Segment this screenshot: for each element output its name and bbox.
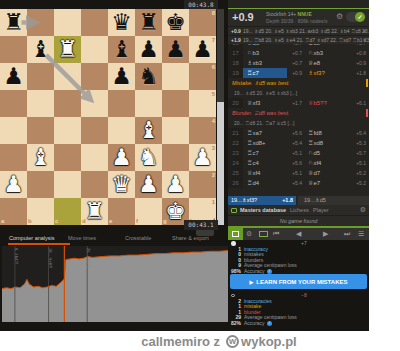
white-pawn-g2[interactable]: ♟ — [162, 171, 189, 198]
square-d3[interactable] — [81, 144, 108, 171]
white-pawn-e3[interactable]: ♟ — [108, 144, 135, 171]
square-a2[interactable]: ♟ — [0, 171, 27, 198]
square-h7[interactable]: 7♟ — [189, 36, 216, 63]
black-bishop-e7[interactable]: ♝ — [108, 36, 135, 63]
menu-hamburger-icon[interactable]: ☰ — [358, 230, 364, 239]
info-icon[interactable]: i — [267, 321, 272, 326]
square-b7[interactable]: ♝ — [27, 36, 54, 63]
white-eval: +5.4 — [287, 178, 304, 188]
square-a6[interactable]: ♟ — [0, 63, 27, 90]
go-first-button[interactable]: ⏮ — [273, 230, 279, 239]
engine-eval: +0.9 — [232, 11, 254, 23]
square-g7[interactable]: ♟ — [162, 36, 189, 63]
square-a4[interactable] — [0, 117, 27, 144]
square-d7[interactable] — [81, 36, 108, 63]
coord-file-e: e — [109, 218, 112, 224]
black-eval: +5.2 — [349, 168, 368, 178]
coord-rank-5: 5 — [212, 91, 215, 97]
square-b1[interactable]: b — [27, 198, 54, 225]
coord-rank-4: 4 — [212, 118, 215, 124]
coord-rank-8: 8 — [212, 10, 215, 16]
square-c1[interactable]: c — [54, 198, 81, 225]
white-move-20[interactable]: ♕xf3 — [243, 98, 287, 108]
square-e8[interactable]: ♛ — [108, 9, 135, 36]
square-e3[interactable]: ♟ — [108, 144, 135, 171]
move-list: 16♗d3+0.7♖c8+0.717♘b3+0.7♘xb3+0.818♗xb3+… — [228, 44, 369, 196]
black-move-26[interactable]: ♕e7 — [304, 178, 349, 188]
variation-line[interactable]: 19... ♗d5 20. ♗e5 ♗xb3 [...] — [228, 88, 369, 98]
black-eval: +5.1 — [349, 158, 368, 168]
square-b8[interactable] — [27, 9, 54, 36]
square-e7[interactable]: ♝ — [108, 36, 135, 63]
black-move-19[interactable]: ♗xf3? — [304, 68, 349, 78]
black-pawn-e6[interactable]: ♟ — [108, 63, 135, 90]
caption-site: wykop.pl — [241, 334, 297, 349]
advantage-graph[interactable] — [2, 246, 228, 322]
square-h6[interactable]: 6 — [189, 63, 216, 90]
square-a8[interactable]: ♜ — [0, 9, 27, 36]
black-queen-e8[interactable]: ♛ — [108, 9, 135, 36]
square-d1[interactable]: d♜ — [81, 198, 108, 225]
black-bishop-b7[interactable]: ♝ — [27, 36, 54, 63]
pv-line-2[interactable]: +1.919... ♖b8 20. ♗e5 ♗e4 21. ♖d7 ♗xd7 2… — [228, 35, 369, 44]
square-g3[interactable] — [162, 144, 189, 171]
white-knight-f3[interactable]: ♞ — [135, 144, 162, 171]
graph-collapse-button[interactable] — [196, 229, 214, 236]
white-move-25[interactable]: ♕xf4 — [243, 168, 287, 178]
square-d2[interactable] — [81, 171, 108, 198]
black-rook-a8[interactable]: ♜ — [0, 9, 27, 36]
judgment-comment: Mistake. ♗d5 was best. — [228, 78, 369, 88]
black-move-25[interactable]: ♕d7 — [304, 168, 349, 178]
opening-explorer-bar: Masters database Lichess Player ⚙ — [228, 205, 369, 215]
judgment-indicator-bar — [366, 109, 369, 117]
play-icon: ▶ — [250, 279, 254, 285]
square-h2[interactable]: 2 — [189, 171, 216, 198]
black-eval: +5.2 — [349, 178, 368, 188]
go-prev-button[interactable]: ◀ — [296, 230, 301, 239]
white-clock: 00:43.1 — [184, 220, 218, 230]
engine-button[interactable] — [228, 228, 243, 240]
black-move-17[interactable]: ♘xb3 — [304, 48, 349, 58]
white-rating-diff: +7 — [301, 241, 307, 246]
square-g2[interactable]: ♟ — [162, 171, 189, 198]
square-d6[interactable] — [81, 63, 108, 90]
engine-header: +0.9 Stockfish 14+ NNUE Depth 30/39 · 80… — [228, 9, 369, 26]
square-f2[interactable]: ♟ — [135, 171, 162, 198]
white-bishop-b3[interactable]: ♝ — [27, 144, 54, 171]
white-eval: +1.7 — [287, 98, 304, 108]
white-bishop-f4[interactable]: ♝ — [135, 117, 162, 144]
played-move-cell[interactable]: 19...♗xf3?+1.8 — [228, 196, 296, 205]
square-f1[interactable]: f — [135, 198, 162, 225]
black-disc-icon — [231, 294, 235, 298]
square-b4[interactable] — [27, 117, 54, 144]
black-move-21[interactable]: ♖fd8 — [304, 128, 349, 138]
square-d4[interactable] — [81, 117, 108, 144]
black-eval: +6.1 — [349, 98, 368, 108]
white-pawn-a2[interactable]: ♟ — [0, 171, 27, 198]
mistake-review-bar: 19...♗xf3?+1.8 19...♗d5 — [228, 196, 369, 205]
move-number: 19 — [228, 68, 243, 78]
square-c5[interactable] — [54, 90, 81, 117]
go-last-button[interactable]: ⏭ — [344, 230, 350, 239]
white-move-23[interactable]: ♖c7 — [243, 148, 287, 158]
black-pawn-a6[interactable]: ♟ — [0, 63, 27, 90]
white-eval: +5.6 — [287, 158, 304, 168]
engine-toggle-switch[interactable]: ✓ — [346, 12, 365, 22]
square-h8[interactable]: 8 — [189, 9, 216, 36]
explorer-tab-masters[interactable]: Masters database — [240, 205, 286, 215]
square-f6[interactable]: ♞ — [135, 63, 162, 90]
lichess-analysis-app: 00:43.8 ♜♛♜♚8♝♜♝♟♟7♟♟♟♞65♝4♝♟♞3♟♟♛♟♟2abc… — [0, 0, 369, 331]
graph-annotation: 8. ♗b4?! — [14, 248, 19, 264]
black-king-g8[interactable]: ♚ — [162, 9, 189, 36]
black-rating-diff: −8 — [301, 293, 307, 298]
tab-computer-analysis[interactable]: Computer analysis — [9, 233, 55, 243]
stat-accuracy: 82%Accuracyi — [231, 321, 366, 327]
move-number: 23 — [228, 148, 243, 158]
square-g8[interactable]: ♚ — [162, 9, 189, 36]
analysis-toolbar: ⚙ ⏮ ◀ ▶ ⏭ ☰ — [228, 226, 369, 240]
tab-move-times[interactable]: Move times — [68, 233, 96, 243]
square-a7[interactable] — [0, 36, 27, 63]
black-eval: +0.8 — [349, 48, 368, 58]
pv-line-1[interactable]: +0.919... ♗d5 20. ♗e5 ♗xb3 21. axb3 ♗d5 … — [228, 26, 369, 35]
move-number: 25 — [228, 168, 243, 178]
active-tab-underline — [8, 243, 70, 245]
white-move-24[interactable]: ♖c4 — [243, 158, 287, 168]
white-move-21[interactable]: ♖xa7 — [243, 128, 287, 138]
engine-settings-gear-icon[interactable]: ⚙ — [336, 13, 343, 21]
coord-rank-2: 2 — [212, 172, 215, 178]
square-a5[interactable] — [0, 90, 27, 117]
coord-file-a: a — [1, 218, 4, 224]
go-next-button[interactable]: ▶ — [323, 230, 328, 239]
black-pawn-g7[interactable]: ♟ — [162, 36, 189, 63]
square-f4[interactable]: ♝ — [135, 117, 162, 144]
white-eval: +5.1 — [287, 148, 304, 158]
variation-line[interactable]: 20... ♖d8 21. ♖a7 ♕c5 [...] — [228, 118, 369, 128]
graph-annotation: 26... ♕e7?! — [86, 248, 91, 268]
square-h5[interactable]: 5 — [189, 90, 216, 117]
square-f5[interactable] — [135, 90, 162, 117]
black-move-24[interactable]: ♘xf4 — [304, 158, 349, 168]
square-b6[interactable] — [27, 63, 54, 90]
white-move-19[interactable]: ♖c7 — [243, 68, 287, 78]
coord-rank-1: 1 — [212, 199, 215, 205]
square-g4[interactable] — [162, 117, 189, 144]
engine-name: Stockfish 14+ NNUE — [266, 11, 312, 17]
coord-file-f: f — [136, 218, 138, 224]
judgment-indicator-bar — [366, 79, 369, 87]
practice-board-icon[interactable] — [259, 231, 268, 237]
expand-icon[interactable]: ▼ — [362, 27, 367, 35]
square-e4[interactable] — [108, 117, 135, 144]
microchip-icon — [232, 231, 239, 237]
black-eval: +5.4 — [349, 128, 368, 138]
white-rook-c7[interactable]: ♜ — [54, 36, 81, 63]
black-eval: +5.7 — [349, 148, 368, 158]
square-f7[interactable]: ♟ — [135, 36, 162, 63]
square-c2[interactable] — [54, 171, 81, 198]
square-f8[interactable]: ♜ — [135, 9, 162, 36]
square-c4[interactable] — [54, 117, 81, 144]
white-move-18[interactable]: ♗xb3 — [243, 58, 287, 68]
square-a3[interactable] — [0, 144, 27, 171]
white-pawn-f2[interactable]: ♟ — [135, 171, 162, 198]
black-pawn-f7[interactable]: ♟ — [135, 36, 162, 63]
expand-icon[interactable]: ▼ — [362, 36, 367, 44]
square-g5[interactable] — [162, 90, 189, 117]
explorer-tab-lichess[interactable]: Lichess — [290, 205, 309, 215]
explorer-tab-player[interactable]: Player — [313, 205, 329, 215]
white-eval: +0.7 — [287, 58, 304, 68]
coord-file-c: c — [55, 218, 58, 224]
square-b2[interactable] — [27, 171, 54, 198]
coord-rank-6: 6 — [212, 64, 215, 70]
square-c6[interactable] — [54, 63, 81, 90]
white-eval: +0.9 — [287, 68, 304, 78]
square-h3[interactable]: 3♟ — [189, 144, 216, 171]
move-number: 26 — [228, 178, 243, 188]
square-g6[interactable] — [162, 63, 189, 90]
white-move-26[interactable]: ♖d4 — [243, 178, 287, 188]
black-eval: +5.3 — [349, 138, 368, 148]
white-eval: +0.7 — [287, 48, 304, 58]
square-b3[interactable]: ♝ — [27, 144, 54, 171]
square-e5[interactable] — [108, 90, 135, 117]
screenshot-stage: 00:43.8 ♜♛♜♚8♝♜♝♟♟7♟♟♟♞65♝4♝♟♞3♟♟♛♟♟2abc… — [0, 0, 400, 351]
square-c7[interactable]: ♜ — [54, 36, 81, 63]
move-number: 21 — [228, 128, 243, 138]
square-e6[interactable]: ♟ — [108, 63, 135, 90]
black-move-22[interactable]: ♖xd8 — [304, 138, 349, 148]
square-c8[interactable] — [54, 9, 81, 36]
move-number: 18 — [228, 58, 243, 68]
engine-depth: Depth 30/39 · 806k nodes/s — [266, 18, 327, 24]
move-number: 24 — [228, 158, 243, 168]
white-pawn-h3[interactable]: ♟ — [189, 144, 216, 171]
coord-file-b: b — [28, 218, 32, 224]
black-move-18[interactable]: ♕e8 — [304, 58, 349, 68]
black-pawn-h7[interactable]: ♟ — [189, 36, 216, 63]
toolbar-gear-icon[interactable]: ⚙ — [246, 230, 252, 238]
chess-board[interactable]: ♜♛♜♚8♝♜♝♟♟7♟♟♟♞65♝4♝♟♞3♟♟♛♟♟2abcd♜efg♚h1 — [0, 9, 216, 225]
white-eval: +5.6 — [287, 128, 304, 138]
white-move-22[interactable]: ♖xd8+ — [243, 138, 287, 148]
tab-crosstable[interactable]: Crosstable — [125, 233, 151, 243]
explorer-empty-message: No game found — [228, 215, 369, 226]
graph-annotation: 18... ♕e8?! — [48, 248, 53, 268]
book-icon — [231, 208, 237, 213]
explorer-settings-gear-icon[interactable]: ⚙ — [360, 205, 366, 215]
square-c3[interactable] — [54, 144, 81, 171]
eval-gauge — [217, 9, 224, 225]
square-h4[interactable]: 4 — [189, 117, 216, 144]
judgment-comment: Blunder. ♖d8 was best. — [228, 108, 369, 118]
learn-from-mistakes-button[interactable]: ▶LEARN FROM YOUR MISTAKES — [230, 274, 367, 289]
black-eval: +1.8 — [349, 68, 368, 78]
move-number: 17 — [228, 48, 243, 58]
white-eval: +5.4 — [287, 138, 304, 148]
move-number: 22 — [228, 138, 243, 148]
square-d5[interactable] — [81, 90, 108, 117]
toggle-knob-check-icon: ✓ — [355, 12, 365, 22]
white-eval: +5.1 — [287, 168, 304, 178]
white-disc-icon — [231, 241, 236, 246]
black-eval: +0.9 — [349, 58, 368, 68]
black-move-23[interactable]: ♘d5 — [304, 148, 349, 158]
analysis-summary: +7 1inaccuracy0mistakes0blunders9Average… — [228, 240, 369, 331]
wykop-logo-icon: w — [226, 335, 239, 348]
best-move-cell[interactable]: 19...♗d5 — [298, 196, 369, 205]
white-rook-d1[interactable]: ♜ — [81, 198, 108, 225]
square-f3[interactable]: ♞ — [135, 144, 162, 171]
square-a1[interactable]: a — [0, 198, 27, 225]
black-knight-f6[interactable]: ♞ — [135, 63, 162, 90]
square-e2[interactable]: ♛ — [108, 171, 135, 198]
white-move-17[interactable]: ♘b3 — [243, 48, 287, 58]
square-e1[interactable]: e — [108, 198, 135, 225]
wykop-caption: callmemiro z w wykop.pl — [0, 331, 400, 351]
black-rook-f8[interactable]: ♜ — [135, 9, 162, 36]
caption-author: callmemiro — [141, 334, 210, 349]
move-number: 20 — [228, 98, 243, 108]
white-queen-e2[interactable]: ♛ — [108, 171, 135, 198]
square-b5[interactable] — [27, 90, 54, 117]
square-d8[interactable] — [81, 9, 108, 36]
black-move-20[interactable]: ♕b5?? — [304, 98, 349, 108]
